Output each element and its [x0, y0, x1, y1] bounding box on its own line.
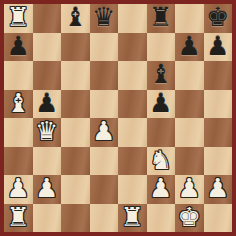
square-f7[interactable] [147, 33, 176, 62]
white-pawn-piece[interactable]: ♟ [178, 175, 201, 201]
white-rook-piece[interactable]: ♜ [7, 4, 30, 30]
square-e6[interactable] [118, 61, 147, 90]
white-king-piece[interactable]: ♚ [178, 204, 201, 230]
square-a2[interactable]: ♟ [4, 175, 33, 204]
square-a5[interactable]: ♝ [4, 90, 33, 119]
square-d5[interactable] [90, 90, 119, 119]
square-d4[interactable]: ♟ [90, 118, 119, 147]
square-f4[interactable] [147, 118, 176, 147]
white-bishop-piece[interactable]: ♝ [7, 90, 30, 116]
square-b7[interactable] [33, 33, 62, 62]
square-g7[interactable]: ♟ [175, 33, 204, 62]
square-c2[interactable] [61, 175, 90, 204]
black-pawn-piece[interactable]: ♟ [7, 33, 30, 59]
square-d6[interactable] [90, 61, 119, 90]
square-g5[interactable] [175, 90, 204, 119]
square-b2[interactable]: ♟ [33, 175, 62, 204]
square-d8[interactable]: ♛ [90, 4, 119, 33]
square-f2[interactable]: ♟ [147, 175, 176, 204]
square-h5[interactable] [204, 90, 233, 119]
square-a1[interactable]: ♜ [4, 204, 33, 233]
square-e7[interactable] [118, 33, 147, 62]
square-b5[interactable]: ♟ [33, 90, 62, 119]
square-b3[interactable] [33, 147, 62, 176]
square-c1[interactable] [61, 204, 90, 233]
square-d3[interactable] [90, 147, 119, 176]
square-e5[interactable] [118, 90, 147, 119]
square-h2[interactable]: ♟ [204, 175, 233, 204]
square-c8[interactable]: ♝ [61, 4, 90, 33]
square-d1[interactable] [90, 204, 119, 233]
chess-board-frame: ♜♝♛♜♚♟♟♟♝♝♟♟♛♟♞♟♟♟♟♟♜♜♚ [0, 0, 236, 236]
white-rook-piece[interactable]: ♜ [121, 204, 144, 230]
white-knight-piece[interactable]: ♞ [149, 147, 172, 173]
square-c6[interactable] [61, 61, 90, 90]
white-pawn-piece[interactable]: ♟ [92, 118, 115, 144]
square-a3[interactable] [4, 147, 33, 176]
square-f1[interactable] [147, 204, 176, 233]
square-b1[interactable] [33, 204, 62, 233]
square-h3[interactable] [204, 147, 233, 176]
square-h8[interactable]: ♚ [204, 4, 233, 33]
square-h4[interactable] [204, 118, 233, 147]
square-a4[interactable] [4, 118, 33, 147]
square-g3[interactable] [175, 147, 204, 176]
square-b4[interactable]: ♛ [33, 118, 62, 147]
square-a7[interactable]: ♟ [4, 33, 33, 62]
square-d7[interactable] [90, 33, 119, 62]
square-g8[interactable] [175, 4, 204, 33]
chess-board: ♜♝♛♜♚♟♟♟♝♝♟♟♛♟♞♟♟♟♟♟♜♜♚ [4, 4, 232, 232]
square-h7[interactable]: ♟ [204, 33, 233, 62]
square-g6[interactable] [175, 61, 204, 90]
square-c4[interactable] [61, 118, 90, 147]
white-pawn-piece[interactable]: ♟ [35, 175, 58, 201]
square-h1[interactable] [204, 204, 233, 233]
black-bishop-piece[interactable]: ♝ [64, 4, 87, 30]
white-pawn-piece[interactable]: ♟ [7, 175, 30, 201]
black-rook-piece[interactable]: ♜ [149, 4, 172, 30]
black-pawn-piece[interactable]: ♟ [206, 33, 229, 59]
white-pawn-piece[interactable]: ♟ [149, 175, 172, 201]
square-e1[interactable]: ♜ [118, 204, 147, 233]
square-f8[interactable]: ♜ [147, 4, 176, 33]
white-pawn-piece[interactable]: ♟ [206, 175, 229, 201]
square-b6[interactable] [33, 61, 62, 90]
square-g4[interactable] [175, 118, 204, 147]
square-f5[interactable]: ♟ [147, 90, 176, 119]
square-d2[interactable] [90, 175, 119, 204]
square-c7[interactable] [61, 33, 90, 62]
black-queen-piece[interactable]: ♛ [92, 4, 115, 30]
square-c5[interactable] [61, 90, 90, 119]
square-f3[interactable]: ♞ [147, 147, 176, 176]
square-e3[interactable] [118, 147, 147, 176]
square-e4[interactable] [118, 118, 147, 147]
square-e8[interactable] [118, 4, 147, 33]
square-e2[interactable] [118, 175, 147, 204]
black-bishop-piece[interactable]: ♝ [149, 61, 172, 87]
square-g1[interactable]: ♚ [175, 204, 204, 233]
square-b8[interactable] [33, 4, 62, 33]
white-queen-piece[interactable]: ♛ [35, 118, 58, 144]
square-f6[interactable]: ♝ [147, 61, 176, 90]
square-a6[interactable] [4, 61, 33, 90]
black-pawn-piece[interactable]: ♟ [35, 90, 58, 116]
square-h6[interactable] [204, 61, 233, 90]
square-g2[interactable]: ♟ [175, 175, 204, 204]
black-pawn-piece[interactable]: ♟ [178, 33, 201, 59]
square-c3[interactable] [61, 147, 90, 176]
black-king-piece[interactable]: ♚ [206, 4, 229, 30]
white-rook-piece[interactable]: ♜ [7, 204, 30, 230]
square-a8[interactable]: ♜ [4, 4, 33, 33]
black-pawn-piece[interactable]: ♟ [149, 90, 172, 116]
